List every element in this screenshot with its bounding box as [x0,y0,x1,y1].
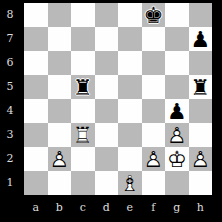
square-a2[interactable] [24,147,48,171]
square-d7[interactable] [95,27,119,51]
square-f5[interactable] [142,75,166,99]
white-king-g2: ♚♔ [165,147,189,171]
rank-label-7: 7 [0,27,20,51]
square-e3[interactable] [118,123,142,147]
black-pawn-g4: ♟ [165,99,189,123]
rank-label-1: 1 [0,171,20,195]
black-rook-c5: ♜ [71,75,95,99]
square-f1[interactable] [142,171,166,195]
square-a6[interactable] [24,51,48,75]
square-c7[interactable] [71,27,95,51]
rank-label-8: 8 [0,3,20,27]
square-a8[interactable] [24,3,48,27]
square-h6[interactable] [189,51,213,75]
white-bishop-e1: ♝♗ [118,171,142,195]
square-b4[interactable] [48,99,72,123]
square-f4[interactable] [142,99,166,123]
square-b8[interactable] [48,3,72,27]
square-d1[interactable] [95,171,119,195]
square-d6[interactable] [95,51,119,75]
chess-board: ♚♟♜♜♟♜♖♟♙♟♙♟♙♚♔♟♙♝♗ [22,1,214,197]
square-b7[interactable] [48,27,72,51]
square-e8[interactable] [118,3,142,27]
square-a5[interactable] [24,75,48,99]
square-g7[interactable] [165,27,189,51]
square-f3[interactable] [142,123,166,147]
square-c1[interactable] [71,171,95,195]
square-c8[interactable] [71,3,95,27]
square-h4[interactable] [189,99,213,123]
square-e2[interactable] [118,147,142,171]
chess-diagram: ♚♟♜♜♟♜♖♟♙♟♙♟♙♚♔♟♙♝♗ 87654321 abcdefgh [0,0,222,222]
square-e7[interactable] [118,27,142,51]
square-d4[interactable] [95,99,119,123]
white-pawn-b2: ♟♙ [48,147,72,171]
square-a7[interactable] [24,27,48,51]
white-pawn-h2: ♟♙ [189,147,213,171]
white-pawn-g3: ♟♙ [165,123,189,147]
square-e1[interactable]: ♝♗ [118,171,142,195]
file-label-a: a [24,200,48,216]
square-c5[interactable]: ♜ [71,75,95,99]
white-rook-c3: ♜♖ [71,123,95,147]
file-label-d: d [95,200,119,216]
square-g2[interactable]: ♚♔ [165,147,189,171]
square-a1[interactable] [24,171,48,195]
square-e6[interactable] [118,51,142,75]
square-g3[interactable]: ♟♙ [165,123,189,147]
square-c2[interactable] [71,147,95,171]
square-d3[interactable] [95,123,119,147]
square-b2[interactable]: ♟♙ [48,147,72,171]
rank-label-3: 3 [0,123,20,147]
black-pawn-h7: ♟ [189,27,213,51]
square-g4[interactable]: ♟ [165,99,189,123]
square-e5[interactable] [118,75,142,99]
square-f6[interactable] [142,51,166,75]
square-h5[interactable]: ♜ [189,75,213,99]
square-b3[interactable] [48,123,72,147]
square-c4[interactable] [71,99,95,123]
square-d2[interactable] [95,147,119,171]
square-f8[interactable]: ♚ [142,3,166,27]
square-a3[interactable] [24,123,48,147]
square-b6[interactable] [48,51,72,75]
square-f2[interactable]: ♟♙ [142,147,166,171]
rank-label-6: 6 [0,51,20,75]
square-d5[interactable] [95,75,119,99]
square-g1[interactable] [165,171,189,195]
rank-label-2: 2 [0,147,20,171]
square-h2[interactable]: ♟♙ [189,147,213,171]
square-h3[interactable] [189,123,213,147]
square-d8[interactable] [95,3,119,27]
square-h1[interactable] [189,171,213,195]
square-g8[interactable] [165,3,189,27]
file-label-b: b [48,200,72,216]
square-h7[interactable]: ♟ [189,27,213,51]
square-c3[interactable]: ♜♖ [71,123,95,147]
black-rook-h5: ♜ [189,75,213,99]
file-label-e: e [118,200,142,216]
file-label-f: f [142,200,166,216]
rank-label-4: 4 [0,99,20,123]
square-g5[interactable] [165,75,189,99]
file-label-c: c [71,200,95,216]
black-king-f8: ♚ [142,3,166,27]
square-c6[interactable] [71,51,95,75]
square-f7[interactable] [142,27,166,51]
square-h8[interactable] [189,3,213,27]
rank-label-5: 5 [0,75,20,99]
square-g6[interactable] [165,51,189,75]
white-pawn-f2: ♟♙ [142,147,166,171]
square-b1[interactable] [48,171,72,195]
square-e4[interactable] [118,99,142,123]
file-label-h: h [189,200,213,216]
file-label-g: g [165,200,189,216]
square-a4[interactable] [24,99,48,123]
square-b5[interactable] [48,75,72,99]
